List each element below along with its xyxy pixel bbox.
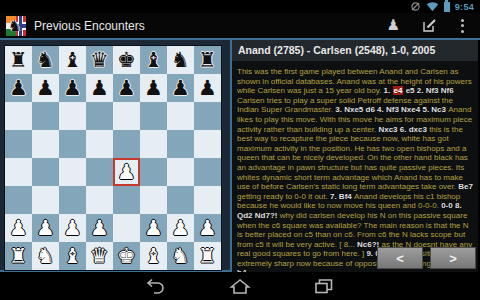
black-pawn-piece: ♟ [63, 75, 82, 102]
black-pawn-piece: ♟ [171, 75, 190, 102]
square-h2[interactable]: ♟ [194, 214, 221, 242]
recents-button[interactable] [282, 272, 366, 300]
move-text[interactable]: 7. Bf4 [330, 192, 354, 201]
black-knight-piece: ♞ [36, 47, 55, 74]
black-pawn-piece: ♟ [198, 75, 217, 102]
battery-icon [444, 2, 450, 12]
black-queen-piece: ♛ [90, 47, 109, 74]
square-d1[interactable]: ♛ [86, 242, 113, 270]
square-f3[interactable] [140, 186, 167, 214]
square-c4[interactable] [59, 158, 86, 186]
square-e8[interactable]: ♚ [113, 46, 140, 74]
move-text[interactable]: 1. [384, 86, 393, 95]
home-button[interactable] [198, 272, 282, 300]
white-bishop-piece: ♝ [144, 243, 163, 270]
annotation-text[interactable]: This was the first game played between A… [232, 61, 478, 272]
black-bishop-piece: ♝ [144, 47, 163, 74]
square-f8[interactable]: ♝ [140, 46, 167, 74]
back-button[interactable] [114, 272, 198, 300]
square-d7[interactable]: ♟ [86, 74, 113, 102]
square-b1[interactable]: ♞ [32, 242, 59, 270]
move-text[interactable]: 3. Nxe5 d6 4. Nf3 Nxe4 5. Nc3 [335, 105, 448, 114]
status-bar: 9:54 [0, 0, 480, 13]
white-bishop-piece: ♝ [63, 243, 82, 270]
black-rook-piece: ♜ [9, 47, 28, 74]
square-h1[interactable]: ♜ [194, 242, 221, 270]
square-e1[interactable]: ♚ [113, 242, 140, 270]
black-pawn-piece: ♟ [117, 75, 136, 102]
square-e4[interactable]: ♟ [113, 158, 140, 186]
square-g7[interactable]: ♟ [167, 74, 194, 102]
square-h6[interactable] [194, 102, 221, 130]
comment-text: this is the best way to recapture the pi… [237, 125, 468, 192]
status-clock: 9:54 [455, 2, 474, 12]
white-pawn-piece: ♟ [117, 159, 136, 186]
white-knight-piece: ♞ [171, 243, 190, 270]
square-g6[interactable] [167, 102, 194, 130]
square-c3[interactable] [59, 186, 86, 214]
overflow-menu-icon[interactable] [459, 17, 466, 35]
chess-piece-action-icon[interactable]: ♟ [387, 18, 400, 33]
game-header: Anand (2785) - Carlsen (2548), 1-0, 2005 [232, 40, 478, 61]
square-f5[interactable] [140, 130, 167, 158]
square-d4[interactable] [86, 158, 113, 186]
board-pane: ♜♞♝♛♚♝♞♜♟♟♟♟♟♟♟♟♟♟♟♟♟♟♟♟♜♞♝♛♚♝♞♜ [0, 40, 232, 272]
square-a6[interactable] [5, 102, 32, 130]
square-d8[interactable]: ♛ [86, 46, 113, 74]
square-g5[interactable] [167, 130, 194, 158]
square-a5[interactable] [5, 130, 32, 158]
square-b4[interactable] [32, 158, 59, 186]
app-screen: 9:54 ♞ Previous Encounters ♟ ♜♞♝♛♚♝♞♜♟♟♟… [0, 0, 480, 300]
square-g4[interactable] [167, 158, 194, 186]
square-c7[interactable]: ♟ [59, 74, 86, 102]
comment-text: getting ready to 0-0 it out. [237, 192, 330, 201]
square-c6[interactable] [59, 102, 86, 130]
square-h3[interactable] [194, 186, 221, 214]
square-e2[interactable] [113, 214, 140, 242]
square-b7[interactable]: ♟ [32, 74, 59, 102]
annotation-pane: Anand (2785) - Carlsen (2548), 1-0, 2005… [232, 40, 478, 272]
chess-board[interactable]: ♜♞♝♛♚♝♞♜♟♟♟♟♟♟♟♟♟♟♟♟♟♟♟♟♜♞♝♛♚♝♞♜ [4, 45, 222, 271]
square-d5[interactable] [86, 130, 113, 158]
action-bar: ♞ Previous Encounters ♟ [0, 13, 480, 40]
white-king-piece: ♚ [117, 243, 136, 270]
square-a7[interactable]: ♟ [5, 74, 32, 102]
system-nav-bar [0, 272, 480, 300]
knight-icon: ♞ [8, 17, 21, 35]
square-a1[interactable]: ♜ [5, 242, 32, 270]
white-pawn-piece: ♟ [9, 215, 28, 242]
square-a3[interactable] [5, 186, 32, 214]
square-b2[interactable]: ♟ [32, 214, 59, 242]
square-b5[interactable] [32, 130, 59, 158]
white-pawn-piece: ♟ [144, 215, 163, 242]
square-h7[interactable]: ♟ [194, 74, 221, 102]
square-f7[interactable]: ♟ [140, 74, 167, 102]
move-text[interactable]: Be7 [458, 182, 473, 191]
content: ♜♞♝♛♚♝♞♜♟♟♟♟♟♟♟♟♟♟♟♟♟♟♟♟♜♞♝♛♚♝♞♜ Anand (… [0, 40, 480, 272]
square-a2[interactable]: ♟ [5, 214, 32, 242]
square-f1[interactable]: ♝ [140, 242, 167, 270]
white-knight-piece: ♞ [36, 243, 55, 270]
square-e3[interactable] [113, 186, 140, 214]
current-move[interactable]: e4 [393, 86, 404, 95]
square-e7[interactable]: ♟ [113, 74, 140, 102]
square-b3[interactable] [32, 186, 59, 214]
move-text[interactable]: e5 2. Nf3 Nf6 [403, 86, 453, 95]
square-c2[interactable]: ♟ [59, 214, 86, 242]
wifi-icon [426, 1, 439, 12]
square-c1[interactable]: ♝ [59, 242, 86, 270]
black-bishop-piece: ♝ [63, 47, 82, 74]
alarm-off-icon [410, 1, 421, 12]
black-pawn-piece: ♟ [36, 75, 55, 102]
edit-icon[interactable] [422, 18, 437, 33]
previous-move-button[interactable]: < [377, 247, 423, 269]
page-title: Previous Encounters [34, 19, 387, 33]
white-pawn-piece: ♟ [63, 215, 82, 242]
square-g1[interactable]: ♞ [167, 242, 194, 270]
black-pawn-piece: ♟ [9, 75, 28, 102]
black-pawn-piece: ♟ [90, 75, 109, 102]
black-pawn-piece: ♟ [144, 75, 163, 102]
move-text[interactable]: Nxc3 6. dxc3 [378, 125, 429, 134]
square-f2[interactable]: ♟ [140, 214, 167, 242]
square-h8[interactable]: ♜ [194, 46, 221, 74]
square-a8[interactable]: ♜ [5, 46, 32, 74]
white-pawn-piece: ♟ [90, 215, 109, 242]
square-a4[interactable] [5, 158, 32, 186]
square-g8[interactable]: ♞ [167, 46, 194, 74]
white-rook-piece: ♜ [9, 243, 28, 270]
square-h5[interactable] [194, 130, 221, 158]
square-d2[interactable]: ♟ [86, 214, 113, 242]
black-rook-piece: ♜ [198, 47, 217, 74]
square-f6[interactable] [140, 102, 167, 130]
black-king-piece: ♚ [117, 47, 136, 74]
black-knight-piece: ♞ [171, 47, 190, 74]
app-flags-icon[interactable]: ♞ [6, 16, 26, 36]
next-move-button[interactable]: > [430, 247, 476, 269]
square-c8[interactable]: ♝ [59, 46, 86, 74]
white-queen-piece: ♛ [90, 243, 109, 270]
white-pawn-piece: ♟ [36, 215, 55, 242]
square-b6[interactable] [32, 102, 59, 130]
square-h4[interactable] [194, 158, 221, 186]
square-b8[interactable]: ♞ [32, 46, 59, 74]
square-e5[interactable] [113, 130, 140, 158]
square-g2[interactable]: ♟ [167, 214, 194, 242]
square-f4[interactable] [140, 158, 167, 186]
square-c5[interactable] [59, 130, 86, 158]
white-rook-piece: ♜ [198, 243, 217, 270]
square-g3[interactable] [167, 186, 194, 214]
square-d6[interactable] [86, 102, 113, 130]
square-e6[interactable] [113, 102, 140, 130]
white-pawn-piece: ♟ [198, 215, 217, 242]
square-d3[interactable] [86, 186, 113, 214]
white-pawn-piece: ♟ [171, 215, 190, 242]
move-nav-buttons: < > [377, 247, 476, 269]
action-bar-actions: ♟ [387, 17, 474, 35]
